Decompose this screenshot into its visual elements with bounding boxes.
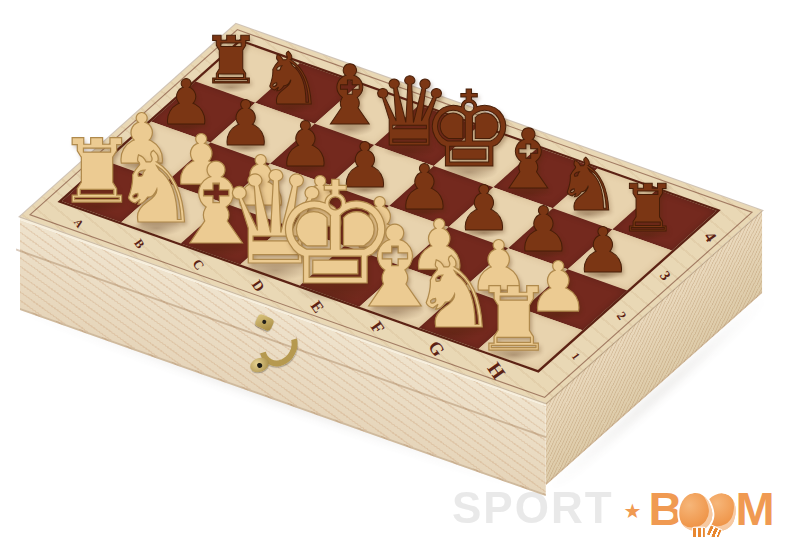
clasp [244,316,304,386]
piece-white-rook-h1: ♜ [474,278,553,362]
watermark: SPORT ★ B M [452,480,775,536]
watermark-brand-letter-m: M [735,481,774,536]
star-icon: ★ [624,499,642,523]
product-photo-scene: SPORT ★ B M ABCDEFGH1234 ♜♞♝♛♚♝♞♜♟♟♟♟♟♟♟… [0,0,800,537]
